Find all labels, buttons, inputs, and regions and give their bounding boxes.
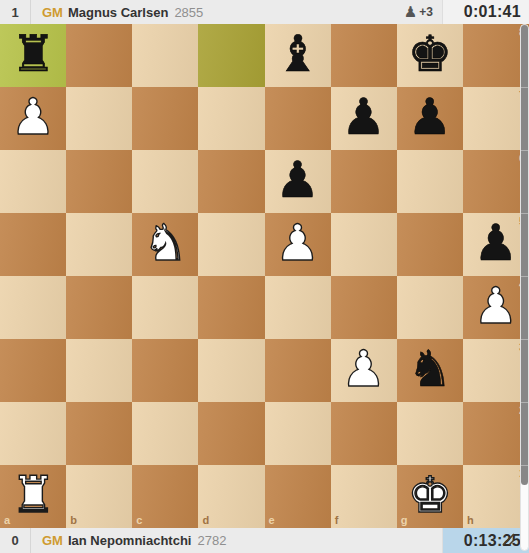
square-b4[interactable] xyxy=(66,276,132,339)
clock-top: 0:01:41 xyxy=(442,0,529,24)
square-d7[interactable] xyxy=(198,87,264,150)
square-c5[interactable]: ♞ xyxy=(132,213,198,276)
square-g6[interactable] xyxy=(397,150,463,213)
square-d4[interactable] xyxy=(198,276,264,339)
player-name-top: Magnus Carlsen xyxy=(68,5,168,20)
board-scrollbar[interactable] xyxy=(520,24,529,551)
white-pawn[interactable]: ♟ xyxy=(341,344,386,394)
square-f5[interactable] xyxy=(331,213,397,276)
square-d2[interactable] xyxy=(198,402,264,465)
square-d5[interactable] xyxy=(198,213,264,276)
square-g8[interactable]: ♚ xyxy=(397,24,463,87)
square-g2[interactable] xyxy=(397,402,463,465)
square-f2[interactable] xyxy=(331,402,397,465)
material-advantage: ♟ +3 xyxy=(404,5,433,20)
file-label-g: g xyxy=(401,515,408,526)
scrollbar-thumb[interactable] xyxy=(521,25,528,485)
material-value: +3 xyxy=(419,5,433,19)
square-f3[interactable]: ♟ xyxy=(331,339,397,402)
square-c3[interactable] xyxy=(132,339,198,402)
square-g1[interactable]: ♚g xyxy=(397,465,463,528)
square-e7[interactable] xyxy=(265,87,331,150)
square-a5[interactable] xyxy=(0,213,66,276)
black-pawn[interactable]: ♟ xyxy=(341,92,386,142)
square-f6[interactable] xyxy=(331,150,397,213)
black-knight[interactable]: ♞ xyxy=(407,344,452,394)
square-e8[interactable]: ♝ xyxy=(265,24,331,87)
match-score-top: 1 xyxy=(0,0,31,24)
square-b3[interactable] xyxy=(66,339,132,402)
square-d3[interactable] xyxy=(198,339,264,402)
square-e2[interactable] xyxy=(265,402,331,465)
square-f1[interactable]: f xyxy=(331,465,397,528)
square-b2[interactable] xyxy=(66,402,132,465)
square-a6[interactable] xyxy=(0,150,66,213)
black-pawn[interactable]: ♟ xyxy=(407,92,452,142)
square-b8[interactable] xyxy=(66,24,132,87)
square-g3[interactable]: ♞ xyxy=(397,339,463,402)
black-king[interactable]: ♚ xyxy=(407,29,452,79)
square-a1[interactable]: ♜a xyxy=(0,465,66,528)
black-pawn[interactable]: ♟ xyxy=(275,155,320,205)
square-a8[interactable]: ♜ xyxy=(0,24,66,87)
square-c8[interactable] xyxy=(132,24,198,87)
square-a3[interactable] xyxy=(0,339,66,402)
player-bar-top: 1 GM Magnus Carlsen 2855 ♟ +3 0:01:41 xyxy=(0,0,529,24)
square-a7[interactable]: ♟ xyxy=(0,87,66,150)
file-label-d: d xyxy=(202,515,209,526)
resize-handle-icon[interactable] xyxy=(501,532,516,547)
black-rook[interactable]: ♜ xyxy=(11,29,56,79)
player-bar-bottom: 0 GM Ian Nepomniachtchi 2782 0:13:25 xyxy=(0,528,529,553)
square-c2[interactable] xyxy=(132,402,198,465)
square-b7[interactable] xyxy=(66,87,132,150)
chess-board[interactable]: ♜♝♚8♟♟♟7♟6♞♟♟5♟4♟♞32♜abcdef♚g1h xyxy=(0,24,529,528)
match-score-bottom: 0 xyxy=(0,528,31,553)
square-b6[interactable] xyxy=(66,150,132,213)
square-c1[interactable]: c xyxy=(132,465,198,528)
square-f4[interactable] xyxy=(331,276,397,339)
square-d6[interactable] xyxy=(198,150,264,213)
square-e4[interactable] xyxy=(265,276,331,339)
chess-game-window: 1 GM Magnus Carlsen 2855 ♟ +3 0:01:41 ♜♝… xyxy=(0,0,529,553)
square-f8[interactable] xyxy=(331,24,397,87)
player-title-top: GM xyxy=(42,5,63,20)
white-pawn[interactable]: ♟ xyxy=(11,92,56,142)
square-c7[interactable] xyxy=(132,87,198,150)
file-label-c: c xyxy=(136,515,142,526)
square-b5[interactable] xyxy=(66,213,132,276)
square-a2[interactable] xyxy=(0,402,66,465)
file-label-h: h xyxy=(467,515,474,526)
white-rook[interactable]: ♜ xyxy=(11,470,56,520)
file-label-a: a xyxy=(4,515,10,526)
square-a4[interactable] xyxy=(0,276,66,339)
white-knight[interactable]: ♞ xyxy=(143,218,188,268)
square-b1[interactable]: b xyxy=(66,465,132,528)
square-d1[interactable]: d xyxy=(198,465,264,528)
file-label-e: e xyxy=(269,515,275,526)
black-bishop[interactable]: ♝ xyxy=(275,29,320,79)
square-c6[interactable] xyxy=(132,150,198,213)
player-rating-bottom: 2782 xyxy=(197,533,226,548)
square-c4[interactable] xyxy=(132,276,198,339)
square-e3[interactable] xyxy=(265,339,331,402)
square-g5[interactable] xyxy=(397,213,463,276)
file-label-f: f xyxy=(335,515,339,526)
square-g4[interactable] xyxy=(397,276,463,339)
square-e1[interactable]: e xyxy=(265,465,331,528)
white-king[interactable]: ♚ xyxy=(407,470,452,520)
square-g7[interactable]: ♟ xyxy=(397,87,463,150)
player-title-bottom: GM xyxy=(42,533,63,548)
player-rating-top: 2855 xyxy=(174,5,203,20)
white-pawn[interactable]: ♟ xyxy=(474,281,519,331)
player-name-bottom: Ian Nepomniachtchi xyxy=(68,533,192,548)
file-label-b: b xyxy=(70,515,77,526)
pawn-icon: ♟ xyxy=(404,5,417,20)
square-d8[interactable] xyxy=(198,24,264,87)
black-pawn[interactable]: ♟ xyxy=(474,218,519,268)
white-pawn[interactable]: ♟ xyxy=(275,218,320,268)
square-f7[interactable]: ♟ xyxy=(331,87,397,150)
square-e5[interactable]: ♟ xyxy=(265,213,331,276)
square-e6[interactable]: ♟ xyxy=(265,150,331,213)
